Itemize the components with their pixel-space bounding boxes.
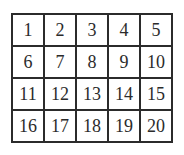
grid-cell: 19 (109, 111, 139, 141)
grid-cell: 20 (141, 111, 171, 141)
grid-cell: 14 (109, 79, 139, 109)
grid-cell: 7 (45, 47, 75, 77)
grid-cell: 3 (77, 15, 107, 45)
grid-cell: 15 (141, 79, 171, 109)
grid-cell: 2 (45, 15, 75, 45)
grid-cell: 18 (77, 111, 107, 141)
grid-cell: 17 (45, 111, 75, 141)
grid-cell: 5 (141, 15, 171, 45)
grid-cell: 11 (13, 79, 43, 109)
grid-cell: 1 (13, 15, 43, 45)
grid-cell: 16 (13, 111, 43, 141)
grid-cell: 9 (109, 47, 139, 77)
grid-cell: 8 (77, 47, 107, 77)
grid-cell: 6 (13, 47, 43, 77)
grid-cell: 10 (141, 47, 171, 77)
number-grid: 1 2 3 4 5 6 7 8 9 10 11 12 13 14 15 16 1… (11, 13, 173, 143)
grid-cell: 12 (45, 79, 75, 109)
grid-cell: 13 (77, 79, 107, 109)
grid-cell: 4 (109, 15, 139, 45)
